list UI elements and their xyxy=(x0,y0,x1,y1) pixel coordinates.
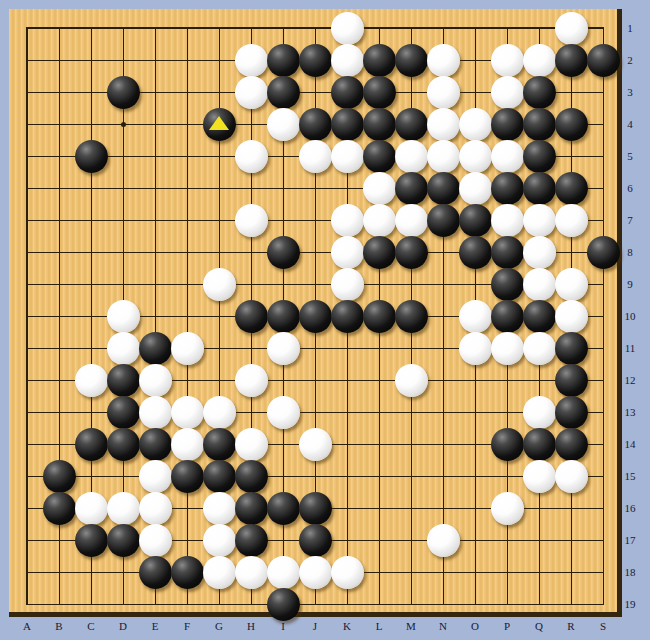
black-stone xyxy=(75,524,108,557)
white-stone xyxy=(139,460,172,493)
white-stone xyxy=(427,140,460,173)
row-label: 16 xyxy=(616,501,644,515)
last-move-triangle-marker xyxy=(209,116,229,130)
column-label: J xyxy=(307,620,323,633)
column-label: A xyxy=(19,620,35,633)
row-label: 5 xyxy=(616,149,644,163)
white-stone xyxy=(171,428,204,461)
white-stone xyxy=(235,364,268,397)
row-label: 6 xyxy=(616,181,644,195)
white-stone xyxy=(331,556,364,589)
black-stone xyxy=(171,460,204,493)
row-label: 4 xyxy=(616,117,644,131)
column-label: P xyxy=(499,620,515,633)
black-stone xyxy=(523,108,556,141)
black-stone xyxy=(267,236,300,269)
column-label: R xyxy=(563,620,579,633)
white-stone xyxy=(491,204,524,237)
black-stone xyxy=(235,300,268,333)
white-stone xyxy=(395,140,428,173)
row-label: 2 xyxy=(616,53,644,67)
black-stone xyxy=(267,492,300,525)
black-stone xyxy=(395,300,428,333)
row-label: 7 xyxy=(616,213,644,227)
row-label: 9 xyxy=(616,277,644,291)
black-stone xyxy=(395,108,428,141)
black-stone xyxy=(107,364,140,397)
star-point xyxy=(121,122,126,127)
black-stone xyxy=(395,44,428,77)
column-label: G xyxy=(211,620,227,633)
white-stone xyxy=(235,44,268,77)
black-stone xyxy=(107,396,140,429)
black-stone xyxy=(331,76,364,109)
black-stone xyxy=(267,44,300,77)
white-stone xyxy=(363,204,396,237)
black-stone xyxy=(139,428,172,461)
white-stone xyxy=(555,268,588,301)
white-stone xyxy=(235,140,268,173)
white-stone xyxy=(363,172,396,205)
white-stone xyxy=(171,332,204,365)
white-stone xyxy=(331,140,364,173)
white-stone xyxy=(203,524,236,557)
black-stone xyxy=(459,204,492,237)
black-stone xyxy=(491,428,524,461)
black-stone xyxy=(555,332,588,365)
column-label: D xyxy=(115,620,131,633)
black-stone xyxy=(235,492,268,525)
black-stone xyxy=(587,236,620,269)
black-stone xyxy=(491,108,524,141)
black-stone xyxy=(395,236,428,269)
black-stone xyxy=(491,268,524,301)
black-stone xyxy=(363,44,396,77)
black-stone xyxy=(267,588,300,621)
column-label: C xyxy=(83,620,99,633)
white-stone xyxy=(267,332,300,365)
black-stone xyxy=(555,396,588,429)
row-label: 3 xyxy=(616,85,644,99)
black-stone xyxy=(299,492,332,525)
column-label: L xyxy=(371,620,387,633)
black-stone xyxy=(203,460,236,493)
black-stone xyxy=(363,76,396,109)
column-label: H xyxy=(243,620,259,633)
column-label: O xyxy=(467,620,483,633)
white-stone xyxy=(331,204,364,237)
black-stone xyxy=(491,300,524,333)
white-stone xyxy=(491,492,524,525)
column-label: I xyxy=(275,620,291,633)
black-stone xyxy=(139,556,172,589)
column-label: K xyxy=(339,620,355,633)
white-stone xyxy=(107,300,140,333)
white-stone xyxy=(523,236,556,269)
white-stone xyxy=(523,44,556,77)
black-stone xyxy=(555,172,588,205)
white-stone xyxy=(235,428,268,461)
black-stone xyxy=(43,492,76,525)
row-label: 15 xyxy=(616,469,644,483)
white-stone xyxy=(139,364,172,397)
column-label: E xyxy=(147,620,163,633)
white-stone xyxy=(139,492,172,525)
white-stone xyxy=(75,364,108,397)
white-stone xyxy=(267,108,300,141)
white-stone xyxy=(523,396,556,429)
black-stone xyxy=(459,236,492,269)
white-stone xyxy=(459,140,492,173)
white-stone xyxy=(203,396,236,429)
column-label: B xyxy=(51,620,67,633)
white-stone xyxy=(491,76,524,109)
black-stone xyxy=(427,204,460,237)
black-stone xyxy=(491,236,524,269)
black-stone xyxy=(555,428,588,461)
white-stone xyxy=(331,236,364,269)
black-stone xyxy=(235,460,268,493)
black-stone xyxy=(299,108,332,141)
black-stone xyxy=(331,108,364,141)
white-stone xyxy=(267,396,300,429)
row-label: 18 xyxy=(616,565,644,579)
white-stone xyxy=(427,44,460,77)
black-stone xyxy=(523,172,556,205)
white-stone xyxy=(139,524,172,557)
white-stone xyxy=(331,44,364,77)
black-stone xyxy=(523,76,556,109)
white-stone xyxy=(267,556,300,589)
white-stone xyxy=(523,332,556,365)
white-stone xyxy=(203,268,236,301)
black-stone xyxy=(363,236,396,269)
column-label: F xyxy=(179,620,195,633)
black-stone xyxy=(555,108,588,141)
white-stone xyxy=(459,172,492,205)
white-stone xyxy=(459,300,492,333)
black-stone xyxy=(171,556,204,589)
white-stone xyxy=(331,268,364,301)
black-stone xyxy=(203,428,236,461)
black-stone xyxy=(267,300,300,333)
row-label: 10 xyxy=(616,309,644,323)
black-stone xyxy=(363,140,396,173)
white-stone xyxy=(171,396,204,429)
white-stone xyxy=(107,332,140,365)
column-label: N xyxy=(435,620,451,633)
white-stone xyxy=(107,492,140,525)
white-stone xyxy=(427,108,460,141)
white-stone xyxy=(203,556,236,589)
black-stone xyxy=(331,300,364,333)
white-stone xyxy=(491,44,524,77)
column-label: S xyxy=(595,620,611,633)
black-stone xyxy=(299,300,332,333)
row-label: 19 xyxy=(616,597,644,611)
black-stone xyxy=(235,524,268,557)
white-stone xyxy=(459,332,492,365)
black-stone xyxy=(139,332,172,365)
white-stone xyxy=(299,556,332,589)
white-stone xyxy=(491,332,524,365)
white-stone xyxy=(299,428,332,461)
black-stone xyxy=(523,428,556,461)
black-stone xyxy=(299,44,332,77)
white-stone xyxy=(427,76,460,109)
black-stone xyxy=(363,300,396,333)
white-stone xyxy=(555,300,588,333)
white-stone xyxy=(395,364,428,397)
white-stone xyxy=(523,460,556,493)
black-stone xyxy=(491,172,524,205)
white-stone xyxy=(235,204,268,237)
white-stone xyxy=(75,492,108,525)
white-stone xyxy=(235,76,268,109)
black-stone xyxy=(107,524,140,557)
white-stone xyxy=(235,556,268,589)
white-stone xyxy=(331,12,364,45)
black-stone xyxy=(363,108,396,141)
white-stone xyxy=(523,204,556,237)
row-label: 13 xyxy=(616,405,644,419)
black-stone xyxy=(523,300,556,333)
black-stone xyxy=(523,140,556,173)
row-label: 8 xyxy=(616,245,644,259)
black-stone xyxy=(395,172,428,205)
white-stone xyxy=(459,108,492,141)
black-stone xyxy=(299,524,332,557)
row-label: 1 xyxy=(616,21,644,35)
black-stone xyxy=(75,428,108,461)
white-stone xyxy=(299,140,332,173)
black-stone xyxy=(267,76,300,109)
go-app-frame: ABCDEFGHIJKLMNOPQRS 12345678910111213141… xyxy=(0,0,650,640)
row-label: 11 xyxy=(616,341,644,355)
row-label: 12 xyxy=(616,373,644,387)
white-stone xyxy=(555,12,588,45)
black-stone xyxy=(427,172,460,205)
black-stone xyxy=(107,428,140,461)
black-stone xyxy=(555,44,588,77)
black-stone xyxy=(555,364,588,397)
black-stone xyxy=(107,76,140,109)
column-label: M xyxy=(403,620,419,633)
column-label: Q xyxy=(531,620,547,633)
white-stone xyxy=(555,460,588,493)
row-label: 17 xyxy=(616,533,644,547)
white-stone xyxy=(203,492,236,525)
row-label: 14 xyxy=(616,437,644,451)
white-stone xyxy=(491,140,524,173)
white-stone xyxy=(555,204,588,237)
black-stone xyxy=(587,44,620,77)
black-stone xyxy=(75,140,108,173)
white-stone xyxy=(427,524,460,557)
black-stone xyxy=(43,460,76,493)
white-stone xyxy=(523,268,556,301)
white-stone xyxy=(395,204,428,237)
white-stone xyxy=(139,396,172,429)
